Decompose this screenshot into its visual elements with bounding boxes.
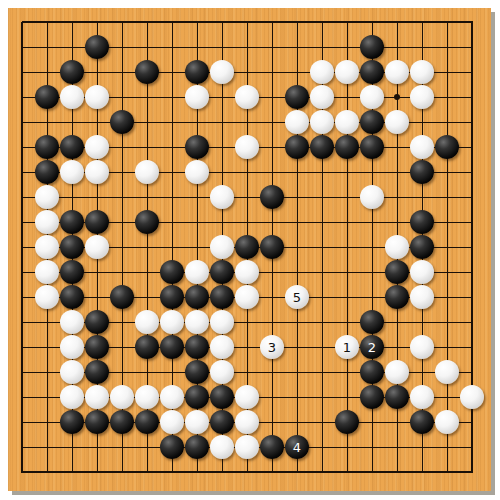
stone-black bbox=[185, 385, 209, 409]
stone-white bbox=[160, 310, 184, 334]
stone-white bbox=[235, 260, 259, 284]
stone-white bbox=[360, 85, 384, 109]
stone-white bbox=[235, 410, 259, 434]
stone-black bbox=[285, 85, 309, 109]
stone-white bbox=[85, 85, 109, 109]
stone-white bbox=[360, 185, 384, 209]
grid-vline bbox=[447, 22, 448, 473]
stone-black bbox=[360, 35, 384, 59]
stone-black bbox=[410, 160, 434, 184]
stone-black bbox=[410, 235, 434, 259]
stone-white bbox=[85, 235, 109, 259]
stone-black bbox=[410, 210, 434, 234]
stone-white bbox=[60, 385, 84, 409]
stone-white bbox=[160, 385, 184, 409]
stone-black bbox=[60, 135, 84, 159]
stone-white bbox=[110, 385, 134, 409]
stone-white bbox=[135, 385, 159, 409]
stone-white bbox=[435, 360, 459, 384]
stone-black bbox=[385, 285, 409, 309]
stone-black bbox=[185, 435, 209, 459]
stone-white bbox=[60, 310, 84, 334]
stone-white bbox=[310, 110, 334, 134]
stone-white bbox=[185, 160, 209, 184]
stone-white bbox=[235, 435, 259, 459]
stone-white bbox=[185, 260, 209, 284]
stone-black bbox=[185, 335, 209, 359]
stone-white-move-3: 3 bbox=[260, 335, 284, 359]
stone-white bbox=[435, 410, 459, 434]
stone-white bbox=[60, 335, 84, 359]
stone-white bbox=[310, 60, 334, 84]
stone-black bbox=[85, 360, 109, 384]
stone-white bbox=[385, 360, 409, 384]
stone-white bbox=[235, 85, 259, 109]
stone-black bbox=[360, 60, 384, 84]
stone-black bbox=[110, 410, 134, 434]
stone-white bbox=[235, 385, 259, 409]
stone-white bbox=[235, 285, 259, 309]
stone-black bbox=[160, 260, 184, 284]
stone-white bbox=[210, 310, 234, 334]
stone-white bbox=[35, 260, 59, 284]
stone-black bbox=[135, 410, 159, 434]
stone-white bbox=[235, 135, 259, 159]
stone-black bbox=[185, 285, 209, 309]
stone-black bbox=[35, 135, 59, 159]
stone-black bbox=[85, 210, 109, 234]
stone-black bbox=[60, 410, 84, 434]
stone-white bbox=[210, 235, 234, 259]
stone-white bbox=[60, 360, 84, 384]
stone-white bbox=[85, 160, 109, 184]
stone-white bbox=[385, 60, 409, 84]
stone-white bbox=[335, 60, 359, 84]
stone-white bbox=[85, 135, 109, 159]
stone-white bbox=[410, 60, 434, 84]
stone-black bbox=[85, 335, 109, 359]
stone-black bbox=[85, 410, 109, 434]
stone-white-move-5: 5 bbox=[285, 285, 309, 309]
stone-white bbox=[210, 185, 234, 209]
stone-black bbox=[360, 360, 384, 384]
stone-white bbox=[310, 85, 334, 109]
stone-black bbox=[110, 285, 134, 309]
stone-black bbox=[335, 135, 359, 159]
stone-black bbox=[260, 185, 284, 209]
stone-black bbox=[60, 60, 84, 84]
stone-white bbox=[210, 435, 234, 459]
stone-black bbox=[60, 260, 84, 284]
stone-black bbox=[35, 85, 59, 109]
stone-white bbox=[410, 385, 434, 409]
stone-black bbox=[60, 285, 84, 309]
stone-white bbox=[160, 410, 184, 434]
stone-white bbox=[85, 385, 109, 409]
stone-black-move-2: 2 bbox=[360, 335, 384, 359]
stone-black bbox=[210, 260, 234, 284]
stone-black-move-4: 4 bbox=[285, 435, 309, 459]
hoshi-point bbox=[394, 94, 400, 100]
stone-white bbox=[35, 185, 59, 209]
stone-white bbox=[185, 85, 209, 109]
go-board[interactable]: 53124 bbox=[8, 8, 491, 491]
stone-white bbox=[410, 335, 434, 359]
stone-black bbox=[360, 135, 384, 159]
stone-black bbox=[85, 35, 109, 59]
stone-white bbox=[210, 335, 234, 359]
stone-white bbox=[185, 410, 209, 434]
stone-black bbox=[135, 60, 159, 84]
stone-black bbox=[60, 235, 84, 259]
stone-white bbox=[385, 235, 409, 259]
stone-white bbox=[35, 210, 59, 234]
stone-black bbox=[85, 310, 109, 334]
stone-white bbox=[410, 135, 434, 159]
stone-white bbox=[210, 360, 234, 384]
stone-black bbox=[160, 435, 184, 459]
move-number-label: 3 bbox=[268, 341, 276, 354]
stone-black bbox=[185, 60, 209, 84]
stone-black bbox=[410, 410, 434, 434]
stone-black bbox=[210, 385, 234, 409]
stone-black bbox=[210, 285, 234, 309]
stone-white bbox=[60, 85, 84, 109]
grid-hline bbox=[22, 471, 473, 473]
stone-white bbox=[410, 285, 434, 309]
stone-black bbox=[235, 235, 259, 259]
stone-black bbox=[185, 135, 209, 159]
stone-black bbox=[135, 210, 159, 234]
move-number-label: 2 bbox=[368, 341, 376, 354]
stone-white bbox=[335, 110, 359, 134]
stone-white bbox=[410, 85, 434, 109]
stone-black bbox=[360, 110, 384, 134]
stone-black bbox=[260, 435, 284, 459]
stone-white bbox=[460, 385, 484, 409]
stone-black bbox=[360, 310, 384, 334]
screenshot-root: 53124 bbox=[0, 0, 500, 500]
stone-black bbox=[60, 210, 84, 234]
stone-white bbox=[135, 310, 159, 334]
stone-white bbox=[135, 160, 159, 184]
stone-white-move-1: 1 bbox=[335, 335, 359, 359]
stone-black bbox=[360, 385, 384, 409]
stone-black bbox=[260, 235, 284, 259]
stone-black bbox=[110, 110, 134, 134]
stone-black bbox=[35, 160, 59, 184]
move-number-label: 4 bbox=[293, 441, 301, 454]
stone-white bbox=[410, 260, 434, 284]
stone-black bbox=[185, 360, 209, 384]
stone-black bbox=[435, 135, 459, 159]
stone-black bbox=[310, 135, 334, 159]
grid-vline bbox=[347, 22, 348, 473]
stone-white bbox=[35, 285, 59, 309]
stone-black bbox=[285, 135, 309, 159]
stone-black bbox=[385, 385, 409, 409]
stone-white bbox=[285, 110, 309, 134]
stone-black bbox=[160, 285, 184, 309]
stone-white bbox=[185, 310, 209, 334]
stone-white bbox=[35, 235, 59, 259]
stone-black bbox=[210, 410, 234, 434]
stone-black bbox=[135, 335, 159, 359]
stone-black bbox=[335, 410, 359, 434]
move-number-label: 5 bbox=[293, 291, 301, 304]
move-number-label: 1 bbox=[343, 341, 351, 354]
stone-white bbox=[210, 60, 234, 84]
stone-white bbox=[60, 160, 84, 184]
stone-white bbox=[385, 110, 409, 134]
stone-black bbox=[160, 335, 184, 359]
stone-black bbox=[385, 260, 409, 284]
